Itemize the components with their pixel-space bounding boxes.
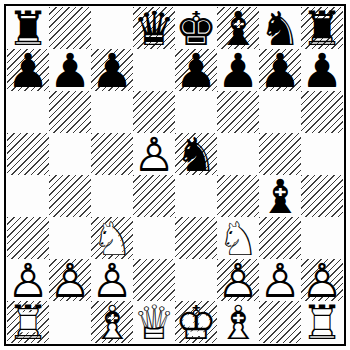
square-f1[interactable]: ♝♗	[217, 301, 259, 343]
white-bishop: ♝♗	[217, 301, 259, 343]
black-queen: ♛	[133, 7, 175, 49]
black-knight-glyph: ♞	[175, 133, 217, 175]
white-king: ♚♔	[175, 301, 217, 343]
square-h6[interactable]	[301, 91, 343, 133]
white-pawn-outline: ♙	[49, 259, 91, 301]
white-pawn: ♟♙	[133, 133, 175, 175]
black-knight: ♞	[175, 133, 217, 175]
square-c5[interactable]	[91, 133, 133, 175]
white-rook-outline: ♖	[301, 301, 343, 343]
square-e5[interactable]: ♞	[175, 133, 217, 175]
white-pawn: ♟♙	[259, 259, 301, 301]
square-a6[interactable]	[7, 91, 49, 133]
white-pawn: ♟♙	[49, 259, 91, 301]
square-a7[interactable]: ♟	[7, 49, 49, 91]
chess-board: ♜♛♚♝♞♜♟♟♟♟♟♟♟♟♙♞♝♞♘♞♘♟♙♟♙♟♙♟♙♟♙♟♙♜♖♝♗♛♕♚…	[7, 7, 343, 343]
white-pawn-outline: ♙	[259, 259, 301, 301]
square-d8[interactable]: ♛	[133, 7, 175, 49]
square-a5[interactable]	[7, 133, 49, 175]
square-d4[interactable]	[133, 175, 175, 217]
black-pawn-glyph: ♟	[175, 49, 217, 91]
square-a4[interactable]	[7, 175, 49, 217]
white-bishop-outline: ♗	[91, 301, 133, 343]
square-c6[interactable]	[91, 91, 133, 133]
square-b2[interactable]: ♟♙	[49, 259, 91, 301]
white-queen-outline: ♕	[133, 301, 175, 343]
white-queen: ♛♕	[133, 301, 175, 343]
square-b1[interactable]	[49, 301, 91, 343]
chess-diagram: ♜♛♚♝♞♜♟♟♟♟♟♟♟♟♙♞♝♞♘♞♘♟♙♟♙♟♙♟♙♟♙♟♙♜♖♝♗♛♕♚…	[0, 0, 350, 350]
square-f6[interactable]	[217, 91, 259, 133]
black-pawn-glyph: ♟	[49, 49, 91, 91]
square-e7[interactable]: ♟	[175, 49, 217, 91]
square-d1[interactable]: ♛♕	[133, 301, 175, 343]
black-pawn-glyph: ♟	[301, 49, 343, 91]
square-f7[interactable]: ♟	[217, 49, 259, 91]
black-pawn: ♟	[7, 49, 49, 91]
square-h1[interactable]: ♜♖	[301, 301, 343, 343]
black-pawn: ♟	[91, 49, 133, 91]
black-pawn: ♟	[259, 49, 301, 91]
black-pawn-glyph: ♟	[217, 49, 259, 91]
square-d5[interactable]: ♟♙	[133, 133, 175, 175]
square-g4[interactable]: ♝	[259, 175, 301, 217]
square-c1[interactable]: ♝♗	[91, 301, 133, 343]
square-b6[interactable]	[49, 91, 91, 133]
black-pawn: ♟	[301, 49, 343, 91]
square-g6[interactable]	[259, 91, 301, 133]
black-pawn: ♟	[217, 49, 259, 91]
black-pawn-glyph: ♟	[259, 49, 301, 91]
square-h5[interactable]	[301, 133, 343, 175]
square-b7[interactable]: ♟	[49, 49, 91, 91]
square-g2[interactable]: ♟♙	[259, 259, 301, 301]
white-king-outline: ♔	[175, 301, 217, 343]
black-pawn: ♟	[175, 49, 217, 91]
board-frame: ♜♛♚♝♞♜♟♟♟♟♟♟♟♟♙♞♝♞♘♞♘♟♙♟♙♟♙♟♙♟♙♟♙♜♖♝♗♛♕♚…	[4, 4, 346, 346]
black-pawn-glyph: ♟	[7, 49, 49, 91]
black-queen-glyph: ♛	[133, 7, 175, 49]
square-g7[interactable]: ♟	[259, 49, 301, 91]
square-f5[interactable]	[217, 133, 259, 175]
black-pawn: ♟	[49, 49, 91, 91]
white-rook-outline: ♖	[7, 301, 49, 343]
black-bishop-glyph: ♝	[259, 175, 301, 217]
black-pawn-glyph: ♟	[91, 49, 133, 91]
square-g1[interactable]	[259, 301, 301, 343]
square-e1[interactable]: ♚♔	[175, 301, 217, 343]
white-rook: ♜♖	[301, 301, 343, 343]
square-d7[interactable]	[133, 49, 175, 91]
square-h7[interactable]: ♟	[301, 49, 343, 91]
square-h4[interactable]	[301, 175, 343, 217]
square-b4[interactable]	[49, 175, 91, 217]
square-b5[interactable]	[49, 133, 91, 175]
white-rook: ♜♖	[7, 301, 49, 343]
square-d3[interactable]	[133, 217, 175, 259]
square-c7[interactable]: ♟	[91, 49, 133, 91]
white-bishop: ♝♗	[91, 301, 133, 343]
square-e3[interactable]	[175, 217, 217, 259]
square-e4[interactable]	[175, 175, 217, 217]
white-bishop-outline: ♗	[217, 301, 259, 343]
white-pawn-outline: ♙	[133, 133, 175, 175]
black-bishop: ♝	[259, 175, 301, 217]
square-a1[interactable]: ♜♖	[7, 301, 49, 343]
